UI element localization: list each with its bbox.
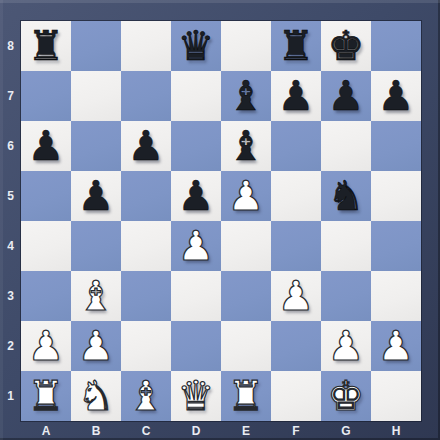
square-h3[interactable]	[371, 271, 421, 321]
square-f3[interactable]: ♟	[271, 271, 321, 321]
square-g6[interactable]	[321, 121, 371, 171]
square-b1[interactable]: ♞	[71, 371, 121, 421]
rank-label-5: 5	[0, 171, 21, 221]
square-c1[interactable]: ♝	[121, 371, 171, 421]
rank-label-7: 7	[0, 71, 21, 121]
piece-white-pawn[interactable]: ♟	[178, 221, 215, 271]
square-b8[interactable]	[71, 21, 121, 71]
square-b3[interactable]: ♝	[71, 271, 121, 321]
file-label-e: E	[221, 421, 271, 440]
file-label-h: H	[371, 421, 421, 440]
piece-black-pawn[interactable]: ♟	[278, 71, 315, 121]
piece-black-pawn[interactable]: ♟	[378, 71, 415, 121]
square-a5[interactable]	[21, 171, 71, 221]
square-d8[interactable]: ♛	[171, 21, 221, 71]
square-a2[interactable]: ♟	[21, 321, 71, 371]
square-g2[interactable]: ♟	[321, 321, 371, 371]
piece-black-pawn[interactable]: ♟	[28, 121, 65, 171]
square-a7[interactable]	[21, 71, 71, 121]
square-e7[interactable]: ♝	[221, 71, 271, 121]
rank-label-1: 1	[0, 371, 21, 421]
piece-white-bishop[interactable]: ♝	[128, 371, 165, 421]
piece-white-pawn[interactable]: ♟	[228, 171, 265, 221]
square-h5[interactable]	[371, 171, 421, 221]
piece-white-pawn[interactable]: ♟	[278, 271, 315, 321]
piece-black-rook[interactable]: ♜	[278, 21, 315, 71]
file-label-a: A	[21, 421, 71, 440]
square-d7[interactable]	[171, 71, 221, 121]
file-label-g: G	[321, 421, 371, 440]
square-g8[interactable]: ♚	[321, 21, 371, 71]
square-e1[interactable]: ♜	[221, 371, 271, 421]
square-d1[interactable]: ♛	[171, 371, 221, 421]
square-e3[interactable]	[221, 271, 271, 321]
square-f7[interactable]: ♟	[271, 71, 321, 121]
piece-white-pawn[interactable]: ♟	[78, 321, 115, 371]
piece-white-knight[interactable]: ♞	[78, 371, 115, 421]
square-h1[interactable]	[371, 371, 421, 421]
square-b4[interactable]	[71, 221, 121, 271]
square-g7[interactable]: ♟	[321, 71, 371, 121]
square-h8[interactable]	[371, 21, 421, 71]
square-c7[interactable]	[121, 71, 171, 121]
file-label-f: F	[271, 421, 321, 440]
piece-black-pawn[interactable]: ♟	[328, 71, 365, 121]
square-a8[interactable]: ♜	[21, 21, 71, 71]
square-h4[interactable]	[371, 221, 421, 271]
square-f8[interactable]: ♜	[271, 21, 321, 71]
square-d2[interactable]	[171, 321, 221, 371]
piece-white-king[interactable]: ♚	[328, 371, 365, 421]
square-d4[interactable]: ♟	[171, 221, 221, 271]
square-e2[interactable]	[221, 321, 271, 371]
square-g5[interactable]: ♞	[321, 171, 371, 221]
square-c3[interactable]	[121, 271, 171, 321]
piece-black-queen[interactable]: ♛	[178, 21, 215, 71]
piece-black-bishop[interactable]: ♝	[228, 121, 265, 171]
square-g3[interactable]	[321, 271, 371, 321]
square-f5[interactable]	[271, 171, 321, 221]
square-c6[interactable]: ♟	[121, 121, 171, 171]
square-f6[interactable]	[271, 121, 321, 171]
square-g1[interactable]: ♚	[321, 371, 371, 421]
square-a6[interactable]: ♟	[21, 121, 71, 171]
rank-label-2: 2	[0, 321, 21, 371]
square-e4[interactable]	[221, 221, 271, 271]
piece-white-queen[interactable]: ♛	[178, 371, 215, 421]
file-labels: ABCDEFGH	[21, 421, 421, 440]
rank-label-4: 4	[0, 221, 21, 271]
rank-label-6: 6	[0, 121, 21, 171]
square-g4[interactable]	[321, 221, 371, 271]
file-label-b: B	[71, 421, 121, 440]
rank-label-3: 3	[0, 271, 21, 321]
square-h2[interactable]: ♟	[371, 321, 421, 371]
rank-labels: 87654321	[0, 21, 21, 421]
square-f4[interactable]	[271, 221, 321, 271]
piece-black-pawn[interactable]: ♟	[78, 171, 115, 221]
square-b5[interactable]: ♟	[71, 171, 121, 221]
square-f2[interactable]	[271, 321, 321, 371]
square-a1[interactable]: ♜	[21, 371, 71, 421]
piece-white-pawn[interactable]: ♟	[378, 321, 415, 371]
square-h7[interactable]: ♟	[371, 71, 421, 121]
piece-black-knight[interactable]: ♞	[328, 171, 365, 221]
square-c4[interactable]	[121, 221, 171, 271]
square-e8[interactable]	[221, 21, 271, 71]
piece-black-pawn[interactable]: ♟	[128, 121, 165, 171]
file-label-d: D	[171, 421, 221, 440]
square-e5[interactable]: ♟	[221, 171, 271, 221]
piece-white-rook[interactable]: ♜	[28, 371, 65, 421]
square-b2[interactable]: ♟	[71, 321, 121, 371]
rank-label-8: 8	[0, 21, 21, 71]
square-d5[interactable]: ♟	[171, 171, 221, 221]
square-d6[interactable]	[171, 121, 221, 171]
square-h6[interactable]	[371, 121, 421, 171]
file-label-c: C	[121, 421, 171, 440]
piece-white-bishop[interactable]: ♝	[78, 271, 115, 321]
piece-white-pawn[interactable]: ♟	[28, 321, 65, 371]
square-e6[interactable]: ♝	[221, 121, 271, 171]
piece-black-king[interactable]: ♚	[328, 21, 365, 71]
piece-white-rook[interactable]: ♜	[228, 371, 265, 421]
square-c2[interactable]	[121, 321, 171, 371]
square-b7[interactable]	[71, 71, 121, 121]
square-a3[interactable]	[21, 271, 71, 321]
square-a4[interactable]	[21, 221, 71, 271]
board-frame: 87654321 ♜♛♜♚♝♟♟♟♟♟♝♟♟♟♞♟♝♟♟♟♟♟♜♞♝♛♜♚ AB…	[0, 0, 440, 440]
piece-black-pawn[interactable]: ♟	[178, 171, 215, 221]
square-c8[interactable]	[121, 21, 171, 71]
square-c5[interactable]	[121, 171, 171, 221]
board[interactable]: ♜♛♜♚♝♟♟♟♟♟♝♟♟♟♞♟♝♟♟♟♟♟♜♞♝♛♜♚	[21, 21, 421, 421]
piece-white-pawn[interactable]: ♟	[328, 321, 365, 371]
square-b6[interactable]	[71, 121, 121, 171]
square-d3[interactable]	[171, 271, 221, 321]
piece-black-rook[interactable]: ♜	[28, 21, 65, 71]
square-f1[interactable]	[271, 371, 321, 421]
piece-black-bishop[interactable]: ♝	[228, 71, 265, 121]
